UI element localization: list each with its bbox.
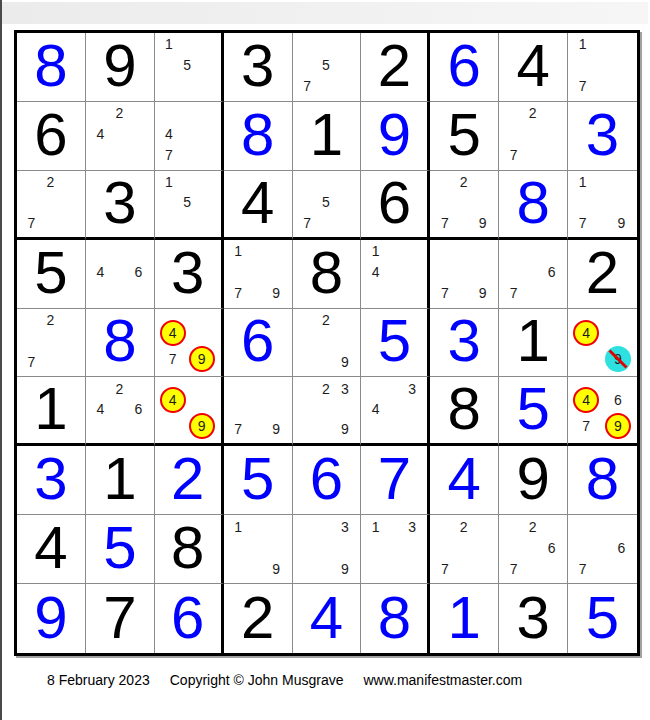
candidate: 7 (510, 147, 518, 163)
cell-r9c5[interactable]: 4 (293, 584, 362, 653)
candidate-slot-1 (22, 172, 41, 192)
cell-r8c8[interactable]: 267 (499, 515, 568, 584)
candidate-slot-7: 7 (298, 76, 317, 97)
solved-digit: 8 (103, 311, 136, 373)
candidate-slot-6 (189, 387, 215, 413)
candidate-slot-5 (317, 537, 336, 558)
candidate-grid: 49 (160, 378, 215, 439)
candidate-slot-2: 2 (110, 103, 129, 124)
cell-r8c2[interactable]: 5 (86, 515, 155, 584)
candidate-slot-2 (592, 516, 611, 537)
cell-r7c3[interactable]: 2 (155, 446, 224, 515)
candidate: 9 (341, 354, 349, 370)
given-digit: 1 (103, 449, 136, 511)
candidate-grid: 27 (22, 310, 79, 373)
candidate-grid: 4679 (573, 378, 631, 439)
candidate-slot-3 (403, 241, 421, 262)
candidate-slot-1: 1 (366, 241, 384, 262)
cell-r3c3[interactable]: 15 (155, 171, 224, 240)
cell-r2c6[interactable]: 9 (361, 102, 430, 171)
cell-r6c1[interactable]: 1 (17, 377, 86, 446)
candidate-slot-9 (129, 145, 148, 166)
cell-r6c7[interactable]: 8 (430, 377, 499, 446)
candidate-slot-8 (454, 212, 473, 232)
cell-r6c8[interactable]: 5 (499, 377, 568, 446)
candidate-slot-2 (110, 241, 129, 262)
candidate-slot-7 (160, 212, 178, 232)
cell-r6c5[interactable]: 239 (293, 377, 362, 446)
candidate: 4 (96, 401, 104, 417)
candidate-slot-5 (248, 262, 267, 283)
cell-r7c2[interactable]: 1 (86, 446, 155, 515)
candidate-slot-5 (454, 537, 473, 558)
cell-r3c1[interactable]: 27 (17, 171, 86, 240)
candidate-slot-4 (22, 192, 41, 212)
candidate-slot-9 (335, 212, 354, 232)
cell-r9c2[interactable]: 7 (86, 584, 155, 653)
candidate-slot-5: 5 (317, 192, 336, 212)
cell-r6c6[interactable]: 34 (361, 377, 430, 446)
solved-digit: 1 (448, 588, 481, 650)
cell-r3c8[interactable]: 8 (499, 171, 568, 240)
candidate-slot-6 (196, 55, 214, 76)
candidate-slot-3 (129, 103, 148, 124)
candidate: 7 (510, 285, 518, 301)
candidate: 6 (617, 540, 625, 556)
candidate-slot-3 (189, 378, 215, 387)
cell-r4c7[interactable]: 79 (430, 240, 499, 309)
solved-digit: 2 (171, 449, 204, 511)
candidate-grid: 79 (435, 241, 492, 304)
candidate-slot-3 (129, 241, 148, 262)
candidate-slot-5 (523, 537, 542, 558)
candidate-slot-7: 7 (435, 558, 454, 579)
candidate: 1 (372, 243, 380, 259)
candidate-slot-9: 9 (612, 212, 631, 232)
candidate-slot-4 (573, 55, 592, 76)
candidate: 9 (341, 561, 349, 577)
candidate-grid: 179 (229, 241, 286, 304)
candidate-slot-6 (60, 192, 79, 212)
candidate-slot-3 (335, 310, 354, 331)
candidate-slot-3 (605, 310, 631, 321)
candidate-slot-7 (91, 283, 110, 304)
candidate: 5 (322, 57, 330, 73)
candidate-slot-6 (335, 331, 354, 352)
candidate-slot-2 (178, 34, 196, 55)
candidate-slot-1 (298, 310, 317, 331)
candidate: 9 (479, 215, 487, 231)
candidate-slot-4 (435, 192, 454, 212)
cell-r9c8[interactable]: 3 (499, 584, 568, 653)
given-digit: 3 (516, 588, 549, 650)
given-digit: 1 (516, 311, 549, 373)
highlighted-candidate: 4 (160, 387, 186, 413)
candidate-slot-1: 1 (573, 172, 592, 192)
cell-r9c1[interactable]: 9 (17, 584, 86, 653)
candidate-slot-1: 1 (229, 241, 248, 262)
cell-r1c9[interactable]: 17 (568, 33, 637, 102)
candidate-slot-4 (504, 124, 523, 145)
cell-r6c4[interactable]: 79 (224, 377, 293, 446)
cell-r4c1[interactable]: 5 (17, 240, 86, 309)
candidate-slot-9 (542, 558, 561, 579)
candidate-slot-9: 9 (189, 413, 215, 439)
candidate: 2 (460, 174, 468, 190)
candidate-slot-8 (248, 283, 267, 304)
candidate-slot-6 (403, 399, 421, 419)
candidate-slot-9: 9 (189, 346, 215, 372)
candidate: 1 (579, 174, 587, 190)
candidate: 6 (548, 540, 556, 556)
candidate-slot-9: 9 (473, 212, 492, 232)
candidate-slot-5 (385, 537, 403, 558)
cell-r4c4[interactable]: 179 (224, 240, 293, 309)
cell-r7c5[interactable]: 6 (293, 446, 362, 515)
candidate-grid: 246 (91, 378, 148, 439)
cell-r1c7[interactable]: 6 (430, 33, 499, 102)
candidate: 5 (183, 57, 191, 73)
cell-r6c2[interactable]: 246 (86, 377, 155, 446)
candidate-slot-5 (523, 262, 542, 283)
candidate-slot-3 (189, 310, 215, 321)
candidate: 7 (234, 285, 242, 301)
candidate: 7 (579, 78, 587, 94)
candidate-slot-1 (435, 172, 454, 192)
cell-r5c1[interactable]: 27 (17, 309, 86, 378)
candidate-slot-2 (454, 241, 473, 262)
candidate-slot-1 (504, 103, 523, 124)
candidate-grid: 57 (298, 34, 355, 97)
candidate-slot-6 (403, 262, 421, 283)
solved-digit: 5 (378, 311, 411, 373)
eliminated-candidate: 9 (605, 346, 631, 372)
cell-r8c9[interactable]: 67 (568, 515, 637, 584)
candidate-slot-9 (542, 145, 561, 166)
cell-r2c5[interactable]: 1 (293, 102, 362, 171)
cell-r7c1[interactable]: 3 (17, 446, 86, 515)
candidate-slot-5 (523, 124, 542, 145)
candidate: 4 (372, 401, 380, 417)
solved-digit: 6 (448, 36, 481, 98)
candidate-grid: 179 (573, 172, 631, 233)
candidate-slot-6 (267, 399, 286, 419)
candidate-slot-7: 7 (573, 558, 592, 579)
cell-r4c6[interactable]: 14 (361, 240, 430, 309)
cell-r5c7[interactable]: 3 (430, 309, 499, 378)
candidate-slot-3 (267, 241, 286, 262)
cell-r1c3[interactable]: 15 (155, 33, 224, 102)
cell-r2c2[interactable]: 24 (86, 102, 155, 171)
candidate-slot-5 (385, 262, 403, 283)
candidate-grid: 279 (435, 172, 492, 233)
cell-r5c4[interactable]: 6 (224, 309, 293, 378)
candidate-slot-7: 7 (22, 351, 41, 372)
candidate-slot-6 (605, 320, 631, 346)
candidate-slot-8 (317, 212, 336, 232)
candidate-slot-4 (573, 537, 592, 558)
candidate-grid: 49 (573, 310, 631, 373)
cell-r1c2[interactable]: 9 (86, 33, 155, 102)
candidate-slot-3 (267, 378, 286, 398)
cell-r4c8[interactable]: 67 (499, 240, 568, 309)
candidate-slot-5 (592, 537, 611, 558)
candidate-slot-2: 2 (317, 378, 336, 398)
given-digit: 2 (586, 243, 619, 305)
candidate-slot-4 (366, 537, 384, 558)
candidate-slot-8 (317, 558, 336, 579)
candidate-slot-3: 3 (335, 516, 354, 537)
highlighted-candidate: 4 (573, 320, 599, 346)
candidate-slot-9 (403, 558, 421, 579)
cell-r3c7[interactable]: 279 (430, 171, 499, 240)
given-digit: 9 (103, 36, 136, 98)
candidate-slot-6 (612, 192, 631, 212)
cell-r6c3[interactable]: 49 (155, 377, 224, 446)
cell-r8c7[interactable]: 27 (430, 515, 499, 584)
candidate: 7 (165, 147, 173, 163)
cell-r9c6[interactable]: 8 (361, 584, 430, 653)
candidate-slot-6: 6 (542, 537, 561, 558)
candidate: 9 (272, 421, 280, 437)
cell-r5c8[interactable]: 1 (499, 309, 568, 378)
cell-r3c5[interactable]: 57 (293, 171, 362, 240)
candidate-slot-2 (317, 172, 336, 192)
candidate-slot-5 (41, 331, 60, 352)
candidate-slot-7: 7 (160, 346, 186, 372)
cell-r3c9[interactable]: 179 (568, 171, 637, 240)
given-digit: 8 (310, 243, 343, 305)
sudoku-board[interactable]: 8915357264176244781952732731545762798179… (14, 30, 640, 656)
solved-digit: 4 (310, 588, 343, 650)
candidate-slot-7: 7 (22, 212, 41, 232)
candidate: 1 (165, 174, 173, 190)
candidate-slot-2 (317, 516, 336, 537)
candidate-slot-6 (403, 537, 421, 558)
page: 8915357264176244781952732731545762798179… (0, 0, 650, 720)
candidate-grid: 27 (504, 103, 561, 166)
candidate-slot-6 (60, 331, 79, 352)
candidate-slot-9 (60, 212, 79, 232)
cell-r2c1[interactable]: 6 (17, 102, 86, 171)
cell-r1c5[interactable]: 57 (293, 33, 362, 102)
candidate-slot-1: 1 (160, 34, 178, 55)
candidate-slot-2: 2 (454, 172, 473, 192)
solved-digit: 8 (378, 588, 411, 650)
cell-r5c5[interactable]: 29 (293, 309, 362, 378)
cell-r8c3[interactable]: 8 (155, 515, 224, 584)
highlighted-candidate: 9 (189, 346, 215, 372)
candidate-slot-4 (298, 399, 317, 419)
candidate-grid: 29 (298, 310, 355, 373)
cell-r6c9[interactable]: 4679 (568, 377, 637, 446)
solved-digit: 5 (241, 449, 274, 511)
candidate-grid: 17 (573, 34, 631, 97)
cell-r2c7[interactable]: 5 (430, 102, 499, 171)
cell-r5c3[interactable]: 479 (155, 309, 224, 378)
candidate-slot-8 (454, 558, 473, 579)
candidate: 7 (441, 561, 449, 577)
cell-r9c7[interactable]: 1 (430, 584, 499, 653)
cell-r4c2[interactable]: 46 (86, 240, 155, 309)
candidate: 9 (272, 561, 280, 577)
cell-r9c9[interactable]: 5 (568, 584, 637, 653)
cell-r7c6[interactable]: 7 (361, 446, 430, 515)
candidate: 9 (272, 285, 280, 301)
candidate-slot-2: 2 (523, 516, 542, 537)
candidate: 7 (579, 561, 587, 577)
candidate-slot-3 (196, 34, 214, 55)
given-digit: 2 (378, 36, 411, 98)
candidate-slot-9: 9 (335, 419, 354, 439)
candidate-slot-3 (60, 310, 79, 331)
candidate-slot-4 (298, 537, 317, 558)
candidate-slot-9 (129, 283, 148, 304)
footer-copyright: Copyright © John Musgrave (170, 672, 344, 688)
candidate-slot-8 (41, 351, 60, 372)
cell-r8c1[interactable]: 4 (17, 515, 86, 584)
candidate: 7 (169, 351, 177, 367)
cell-r1c8[interactable]: 4 (499, 33, 568, 102)
cell-r4c9[interactable]: 2 (568, 240, 637, 309)
candidate-slot-9 (196, 212, 214, 232)
candidate-slot-8 (385, 419, 403, 439)
candidate-grid: 479 (160, 310, 215, 373)
candidate-slot-7 (91, 145, 110, 166)
candidate: 9 (479, 285, 487, 301)
candidate-slot-1 (229, 378, 248, 398)
given-digit: 1 (34, 379, 67, 441)
cell-r7c9[interactable]: 8 (568, 446, 637, 515)
candidate-slot-6 (335, 399, 354, 419)
candidate: 2 (115, 381, 123, 397)
candidate-slot-7 (298, 351, 317, 372)
cell-r4c3[interactable]: 3 (155, 240, 224, 309)
candidate-slot-4 (160, 55, 178, 76)
cell-r3c4[interactable]: 4 (224, 171, 293, 240)
given-digit: 9 (516, 449, 549, 511)
cell-r1c6[interactable]: 2 (361, 33, 430, 102)
candidate-slot-1 (573, 516, 592, 537)
cell-r8c4[interactable]: 19 (224, 515, 293, 584)
candidate: 4 (372, 264, 380, 280)
cell-r7c8[interactable]: 9 (499, 446, 568, 515)
cell-r4c5[interactable]: 8 (293, 240, 362, 309)
candidate-slot-7: 7 (573, 413, 599, 439)
given-digit: 8 (448, 379, 481, 441)
candidate-slot-9: 9 (267, 283, 286, 304)
candidate-slot-7: 7 (229, 283, 248, 304)
candidate: 2 (47, 174, 55, 190)
candidate-slot-3 (605, 378, 631, 387)
candidate-slot-4 (229, 537, 248, 558)
candidate-slot-7 (366, 419, 384, 439)
highlighted-candidate: 4 (160, 320, 186, 346)
candidate-slot-9: 9 (335, 558, 354, 579)
candidate-slot-6 (267, 537, 286, 558)
solved-digit: 8 (34, 36, 67, 98)
candidate: 9 (341, 421, 349, 437)
cell-r2c3[interactable]: 47 (155, 102, 224, 171)
cell-r2c4[interactable]: 8 (224, 102, 293, 171)
cell-r8c5[interactable]: 39 (293, 515, 362, 584)
given-digit: 5 (34, 243, 67, 305)
candidate-slot-6 (196, 124, 214, 145)
candidate-slot-7: 7 (504, 145, 523, 166)
candidate-slot-3 (267, 516, 286, 537)
candidate-slot-1: 1 (229, 516, 248, 537)
cell-r3c6[interactable]: 6 (361, 171, 430, 240)
candidate: 2 (529, 105, 537, 121)
candidate-slot-9 (612, 558, 631, 579)
cell-r7c7[interactable]: 4 (430, 446, 499, 515)
cell-r9c3[interactable]: 6 (155, 584, 224, 653)
candidate-slot-4: 4 (160, 124, 178, 145)
candidate-slot-4 (504, 537, 523, 558)
candidate-slot-6 (473, 192, 492, 212)
candidate-slot-5 (317, 331, 336, 352)
candidate-slot-1: 1 (366, 516, 384, 537)
candidate-slot-7: 7 (435, 283, 454, 304)
footer-date: 8 February 2023 (47, 672, 150, 688)
candidate-slot-8 (317, 76, 336, 97)
candidate: 4 (96, 264, 104, 280)
candidate-slot-5 (454, 192, 473, 212)
candidate-slot-2 (178, 172, 196, 192)
candidate-slot-6 (129, 124, 148, 145)
cell-r2c8[interactable]: 27 (499, 102, 568, 171)
candidate-slot-2 (248, 241, 267, 262)
candidate-slot-3 (335, 172, 354, 192)
cell-r5c2[interactable]: 8 (86, 309, 155, 378)
solved-digit: 9 (378, 105, 411, 167)
candidate-slot-4: 4 (91, 262, 110, 283)
cell-r1c1[interactable]: 8 (17, 33, 86, 102)
cell-r3c2[interactable]: 3 (86, 171, 155, 240)
candidate-slot-2: 2 (41, 310, 60, 331)
candidate-slot-1 (366, 378, 384, 398)
candidate-grid: 67 (573, 516, 631, 579)
candidate-slot-6 (335, 537, 354, 558)
cell-r7c4[interactable]: 5 (224, 446, 293, 515)
candidate: 9 (617, 215, 625, 231)
cell-r5c6[interactable]: 5 (361, 309, 430, 378)
candidate: 2 (529, 519, 537, 535)
solved-digit: 6 (171, 588, 204, 650)
candidate-slot-4 (229, 262, 248, 283)
cell-r5c9[interactable]: 49 (568, 309, 637, 378)
candidate-slot-5 (317, 399, 336, 419)
cell-r9c4[interactable]: 2 (224, 584, 293, 653)
candidate-slot-6 (473, 262, 492, 283)
solved-digit: 6 (241, 311, 274, 373)
candidate-slot-8 (41, 212, 60, 232)
candidate-slot-9: 9 (605, 413, 631, 439)
candidate-slot-3 (612, 172, 631, 192)
candidate: 7 (234, 421, 242, 437)
candidate-slot-8 (248, 558, 267, 579)
candidate-slot-9: 9 (605, 346, 631, 372)
candidate-slot-1 (435, 516, 454, 537)
candidate-grid: 13 (366, 516, 421, 579)
candidate-slot-8 (178, 145, 196, 166)
candidate-slot-5 (592, 55, 611, 76)
cell-r2c9[interactable]: 3 (568, 102, 637, 171)
candidate: 7 (441, 285, 449, 301)
candidate-slot-9 (196, 76, 214, 97)
cell-r8c6[interactable]: 13 (361, 515, 430, 584)
cell-r1c4[interactable]: 3 (224, 33, 293, 102)
